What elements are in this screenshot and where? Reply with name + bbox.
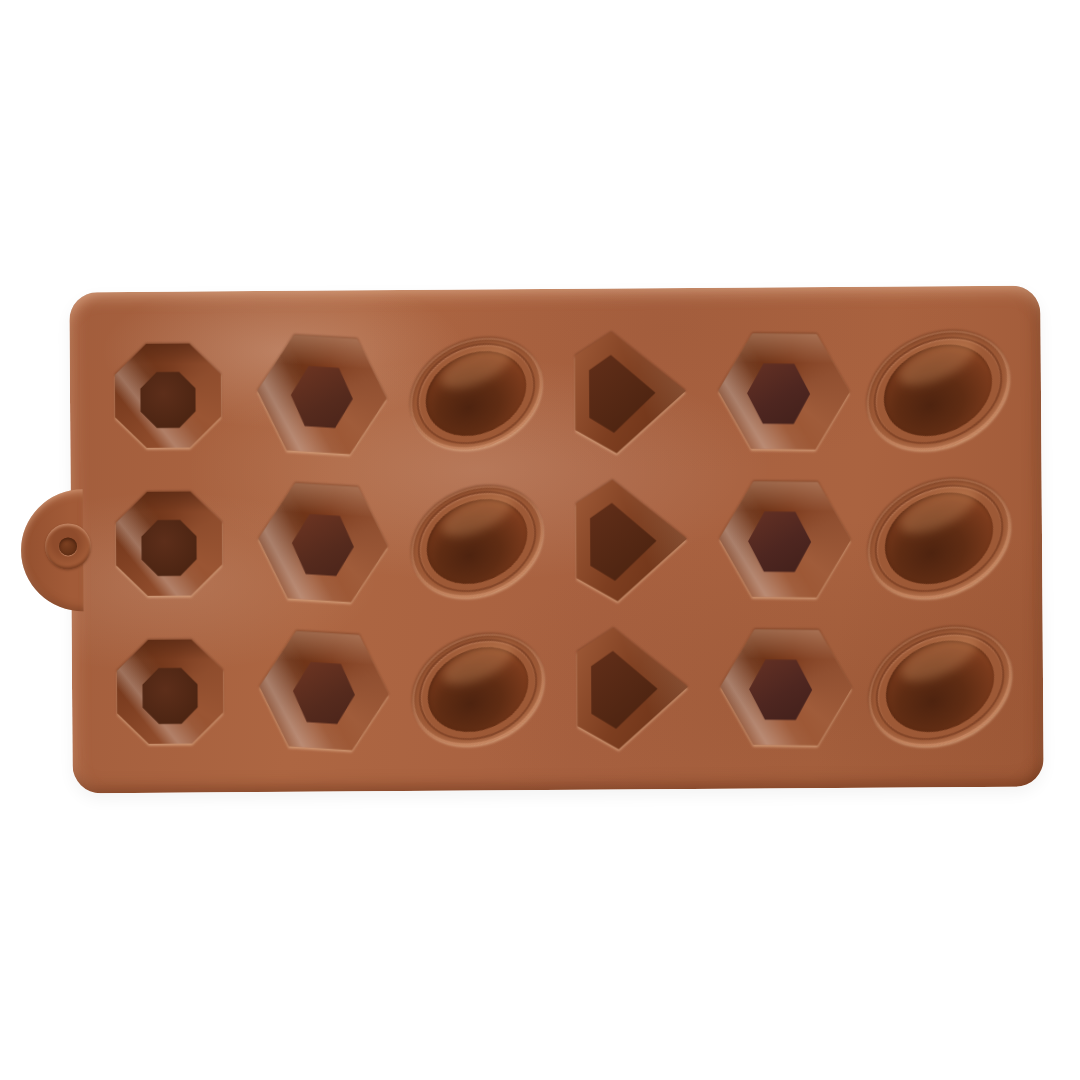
cavity-hexagon-gem bbox=[253, 480, 392, 606]
diamond-gem-walls bbox=[573, 330, 688, 455]
mold-cell bbox=[244, 320, 399, 469]
hexagon-gem-bottom-facet bbox=[288, 364, 355, 429]
mold-cell bbox=[863, 612, 1018, 761]
mold-cell bbox=[398, 319, 553, 468]
cavity-octagon-gem bbox=[116, 638, 225, 745]
mold-cell bbox=[553, 466, 708, 615]
hexagon-gem-walls bbox=[718, 628, 853, 747]
cavity-hexagon-gem bbox=[717, 480, 852, 599]
mold-cell bbox=[709, 613, 864, 762]
hexagon-gem-walls bbox=[717, 480, 852, 599]
cavity-diamond-gem bbox=[573, 330, 688, 455]
diamond-gem-bottom-facet bbox=[589, 502, 658, 582]
cavity-hexagon-gem bbox=[254, 628, 393, 754]
hexagon-gem-walls bbox=[252, 332, 391, 458]
hexagon-gem-bottom-facet bbox=[747, 511, 812, 573]
mold-cell bbox=[401, 615, 556, 764]
cavity-octagon-gem bbox=[115, 490, 224, 597]
hexagon-gem-walls bbox=[254, 628, 393, 754]
cavity-oval bbox=[393, 465, 561, 618]
octagon-gem-walls bbox=[115, 490, 224, 597]
hexagon-gem-bottom-facet bbox=[290, 660, 357, 725]
mold-cell bbox=[247, 616, 402, 765]
cavity-oval bbox=[849, 604, 1031, 769]
mold-cell bbox=[860, 316, 1015, 465]
hanging-tab-ring bbox=[45, 523, 91, 569]
mold-cell bbox=[861, 464, 1016, 613]
octagon-gem-bottom-facet bbox=[140, 371, 197, 429]
mold-cell bbox=[399, 467, 554, 616]
cavity-diamond-gem bbox=[574, 478, 689, 603]
mold-cell bbox=[246, 468, 401, 617]
octagon-gem-walls bbox=[116, 638, 225, 745]
hexagon-gem-walls bbox=[716, 332, 851, 451]
cavity-oval bbox=[847, 308, 1029, 473]
octagon-gem-walls bbox=[114, 342, 223, 449]
hexagon-gem-bottom-facet bbox=[748, 659, 813, 721]
diamond-gem-bottom-facet bbox=[590, 650, 659, 730]
cavity-grid bbox=[90, 316, 1017, 766]
diamond-gem-walls bbox=[575, 626, 690, 751]
octagon-gem-bottom-facet bbox=[141, 519, 198, 577]
hexagon-gem-walls bbox=[253, 480, 392, 606]
octagon-gem-bottom-facet bbox=[142, 667, 199, 725]
oval-rim bbox=[849, 604, 1031, 769]
oval-rim bbox=[392, 317, 560, 470]
oval-rim bbox=[393, 465, 561, 618]
cavity-hexagon-gem bbox=[718, 628, 853, 747]
mold-cell bbox=[706, 317, 861, 466]
cavity-octagon-gem bbox=[114, 342, 223, 449]
hexagon-gem-bottom-facet bbox=[289, 512, 356, 577]
mold-cell bbox=[90, 321, 245, 470]
hanging-tab-hole bbox=[59, 537, 77, 555]
mold-cell bbox=[555, 614, 710, 763]
hexagon-gem-bottom-facet bbox=[746, 363, 811, 425]
oval-rim bbox=[394, 613, 562, 766]
cavity-oval bbox=[848, 456, 1030, 621]
mold-body bbox=[69, 286, 1043, 794]
cavity-oval bbox=[394, 613, 562, 766]
cavity-hexagon-gem bbox=[716, 332, 851, 451]
mold-cell bbox=[92, 469, 247, 618]
mold-cell bbox=[93, 617, 248, 766]
mold-cell bbox=[707, 465, 862, 614]
mold-cell bbox=[552, 318, 707, 467]
cavity-oval bbox=[392, 317, 560, 470]
oval-rim bbox=[848, 456, 1030, 621]
oval-rim bbox=[847, 308, 1029, 473]
diamond-gem-bottom-facet bbox=[588, 354, 657, 434]
photo-stage bbox=[0, 0, 1080, 1080]
cavity-hexagon-gem bbox=[252, 332, 391, 458]
cavity-diamond-gem bbox=[575, 626, 690, 751]
diamond-gem-walls bbox=[574, 478, 689, 603]
